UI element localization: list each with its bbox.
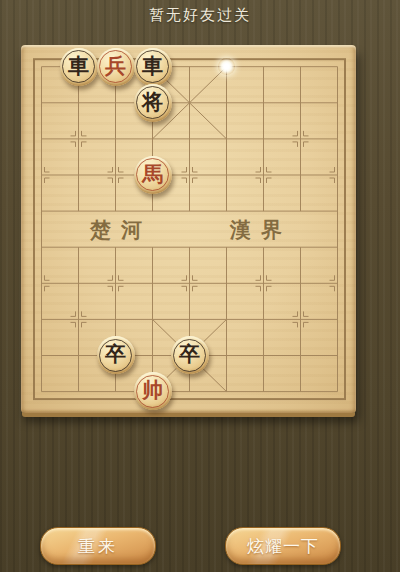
piece-red-帅[interactable]: 帅 bbox=[134, 372, 172, 410]
piece-character: 馬 bbox=[142, 164, 163, 185]
piece-character: 車 bbox=[142, 56, 163, 77]
restart-button[interactable]: 重来 bbox=[40, 527, 156, 565]
piece-character: 帅 bbox=[142, 380, 163, 401]
piece-black-車[interactable]: 車 bbox=[60, 48, 98, 86]
piece-character: 卒 bbox=[105, 344, 126, 365]
xiangqi-board[interactable]: 楚河 漢界 車兵車将馬卒卒帅 bbox=[21, 45, 356, 413]
app-background: 暂无好友过关 楚河 漢界 車兵車将馬卒卒帅 重来 炫耀一下 bbox=[0, 0, 400, 572]
piece-black-将[interactable]: 将 bbox=[134, 84, 172, 122]
piece-black-卒[interactable]: 卒 bbox=[97, 336, 135, 374]
piece-black-卒[interactable]: 卒 bbox=[171, 336, 209, 374]
piece-character: 卒 bbox=[179, 344, 200, 365]
pieces-layer: 車兵車将馬卒卒帅 bbox=[23, 49, 356, 410]
piece-character: 車 bbox=[68, 56, 89, 77]
piece-black-車[interactable]: 車 bbox=[134, 48, 172, 86]
show-off-button[interactable]: 炫耀一下 bbox=[225, 527, 341, 565]
piece-red-馬[interactable]: 馬 bbox=[134, 156, 172, 194]
piece-character: 将 bbox=[142, 92, 163, 113]
piece-character: 兵 bbox=[105, 56, 126, 77]
piece-red-兵[interactable]: 兵 bbox=[97, 48, 135, 86]
page-title: 暂无好友过关 bbox=[0, 6, 400, 25]
